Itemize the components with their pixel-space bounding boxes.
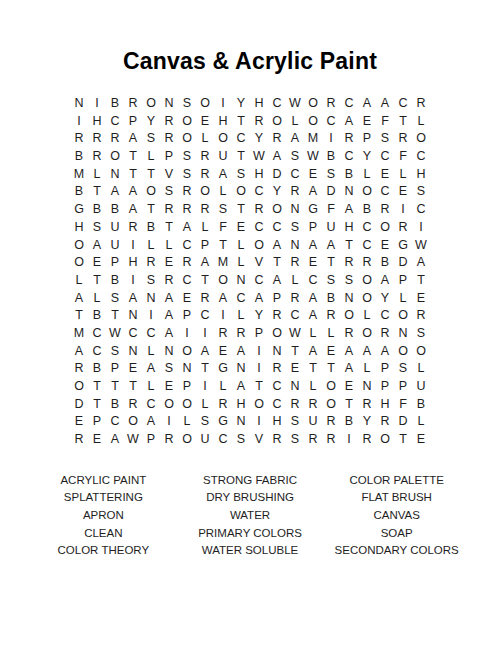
grid-cell: H <box>268 413 286 431</box>
grid-cell: L <box>178 413 196 431</box>
grid-cell: L <box>232 237 250 255</box>
grid-cell: C <box>232 290 250 308</box>
grid-cell: N <box>394 325 412 343</box>
grid-cell: T <box>322 360 340 378</box>
grid-cell: N <box>340 290 358 308</box>
grid-cell: T <box>286 343 304 361</box>
grid-cell: A <box>196 254 214 272</box>
grid-cell: R <box>196 166 214 184</box>
grid-cell: U <box>196 431 214 449</box>
grid-cell: I <box>250 360 268 378</box>
word-item: COLOR PALETTE <box>323 472 470 490</box>
grid-cell: D <box>394 254 412 272</box>
grid-cell: R <box>214 325 232 343</box>
grid-cell: L <box>412 360 430 378</box>
grid-cell: A <box>286 130 304 148</box>
grid-cell: A <box>232 378 250 396</box>
grid-cell: C <box>250 219 268 237</box>
grid-cell: E <box>88 431 106 449</box>
grid-cell: M <box>214 254 232 272</box>
grid-cell: A <box>340 113 358 131</box>
grid-cell: P <box>304 219 322 237</box>
grid-cell: C <box>124 325 142 343</box>
grid-cell: C <box>358 237 376 255</box>
grid-cell: B <box>70 148 88 166</box>
grid-cell: S <box>394 360 412 378</box>
grid-cell: E <box>322 343 340 361</box>
grid-cell: R <box>124 219 142 237</box>
word-item: STRONG FABRIC <box>177 472 324 490</box>
grid-cell: L <box>232 307 250 325</box>
grid-cell: N <box>232 360 250 378</box>
grid-cell: N <box>142 290 160 308</box>
grid-cell: L <box>160 237 178 255</box>
grid-cell: A <box>340 201 358 219</box>
grid-cell: S <box>196 413 214 431</box>
grid-cell: T <box>322 254 340 272</box>
grid-cell: C <box>250 183 268 201</box>
grid-cell: E <box>88 254 106 272</box>
grid-cell: T <box>340 396 358 414</box>
grid-cell: L <box>142 378 160 396</box>
grid-cell: I <box>250 343 268 361</box>
grid-cell: I <box>88 95 106 113</box>
grid-cell: O <box>250 396 268 414</box>
grid-cell: G <box>70 201 88 219</box>
grid-cell: E <box>376 237 394 255</box>
grid-cell: T <box>88 378 106 396</box>
grid-cell: A <box>106 183 124 201</box>
grid-cell: D <box>268 166 286 184</box>
grid-cell: O <box>304 113 322 131</box>
grid-cell: R <box>160 272 178 290</box>
grid-cell: C <box>106 113 124 131</box>
grid-cell: A <box>124 290 142 308</box>
grid-cell: D <box>322 183 340 201</box>
grid-cell: V <box>250 431 268 449</box>
grid-cell: N <box>106 166 124 184</box>
grid-cell: T <box>412 272 430 290</box>
grid-cell: E <box>412 290 430 308</box>
grid-cell: B <box>340 413 358 431</box>
grid-cell: E <box>286 360 304 378</box>
grid-cell: L <box>142 148 160 166</box>
grid-cell: R <box>178 183 196 201</box>
grid-cell: A <box>412 254 430 272</box>
grid-cell: F <box>394 396 412 414</box>
grid-cell: O <box>160 396 178 414</box>
word-item: SECONDARY COLORS <box>323 542 470 560</box>
grid-cell: P <box>178 307 196 325</box>
grid-cell: S <box>376 130 394 148</box>
grid-cell: A <box>304 237 322 255</box>
grid-cell: A <box>268 148 286 166</box>
grid-cell: I <box>394 201 412 219</box>
grid-cell: S <box>160 360 178 378</box>
grid-cell: H <box>124 254 142 272</box>
grid-cell: L <box>214 183 232 201</box>
grid-cell: O <box>412 130 430 148</box>
grid-cell: A <box>358 95 376 113</box>
grid-cell: F <box>376 113 394 131</box>
word-item: ACRYLIC PAINT <box>30 472 177 490</box>
grid-cell: O <box>394 307 412 325</box>
grid-cell: W <box>286 95 304 113</box>
grid-cell: S <box>412 325 430 343</box>
grid-cell: P <box>88 413 106 431</box>
grid-cell: O <box>178 431 196 449</box>
grid-cell: A <box>268 237 286 255</box>
word-item: DRY BRUSHING <box>177 489 324 507</box>
grid-cell: R <box>340 254 358 272</box>
grid-cell: T <box>304 360 322 378</box>
grid-cell: S <box>178 166 196 184</box>
grid-cell: R <box>250 201 268 219</box>
grid-cell: R <box>358 254 376 272</box>
grid-cell: O <box>322 396 340 414</box>
grid-cell: O <box>268 201 286 219</box>
grid-cell: O <box>178 396 196 414</box>
grid-cell: O <box>196 183 214 201</box>
grid-cell: S <box>322 272 340 290</box>
grid-cell: C <box>232 130 250 148</box>
grid-cell: C <box>322 113 340 131</box>
grid-cell: E <box>394 183 412 201</box>
grid-cell: S <box>232 166 250 184</box>
grid-cell: A <box>304 290 322 308</box>
grid-cell: L <box>304 378 322 396</box>
grid-cell: P <box>160 148 178 166</box>
grid-cell: S <box>178 148 196 166</box>
grid-cell: R <box>178 254 196 272</box>
grid-cell: E <box>358 113 376 131</box>
grid-cell: L <box>412 113 430 131</box>
grid-cell: T <box>232 113 250 131</box>
grid-cell: O <box>142 183 160 201</box>
grid-cell: P <box>106 254 124 272</box>
grid-cell: T <box>106 378 124 396</box>
grid-cell: R <box>412 307 430 325</box>
grid-cell: I <box>124 272 142 290</box>
grid-cell: R <box>322 413 340 431</box>
grid-cell: B <box>106 95 124 113</box>
grid-cell: A <box>160 307 178 325</box>
grid-cell: L <box>322 325 340 343</box>
grid-cell: C <box>412 148 430 166</box>
grid-cell: L <box>196 219 214 237</box>
grid-cell: A <box>376 95 394 113</box>
grid-cell: U <box>106 219 124 237</box>
grid-cell: A <box>160 290 178 308</box>
grid-cell: W <box>106 325 124 343</box>
grid-cell: O <box>358 183 376 201</box>
grid-cell: H <box>214 113 232 131</box>
grid-cell: N <box>232 272 250 290</box>
grid-cell: R <box>268 360 286 378</box>
grid-cell: R <box>70 431 88 449</box>
grid-cell: E <box>124 360 142 378</box>
grid-cell: I <box>196 325 214 343</box>
grid-cell: O <box>268 113 286 131</box>
grid-cell: P <box>124 113 142 131</box>
grid-cell: O <box>250 237 268 255</box>
grid-cell: T <box>340 237 358 255</box>
grid-cell: B <box>322 148 340 166</box>
grid-cell: F <box>394 148 412 166</box>
grid-cell: A <box>124 183 142 201</box>
grid-cell: R <box>394 219 412 237</box>
grid-cell: P <box>268 290 286 308</box>
grid-cell: H <box>88 113 106 131</box>
grid-cell: R <box>88 148 106 166</box>
word-list-column-1: ACRYLIC PAINTSPLATTERINGAPRONCLEANCOLOR … <box>30 472 177 560</box>
grid-cell: W <box>124 431 142 449</box>
grid-cell: S <box>322 166 340 184</box>
word-list: ACRYLIC PAINTSPLATTERINGAPRONCLEANCOLOR … <box>0 472 500 560</box>
grid-cell: G <box>214 360 232 378</box>
grid-cell: O <box>106 148 124 166</box>
grid-cell: T <box>124 148 142 166</box>
grid-cell: N <box>160 343 178 361</box>
grid-cell: T <box>196 272 214 290</box>
grid-cell: E <box>160 254 178 272</box>
grid-cell: R <box>358 431 376 449</box>
grid-cell: O <box>376 431 394 449</box>
word-grid: NIBRONSOIYHCWORCAACRIHCPYROEHTROLOCAEFTL… <box>0 95 500 449</box>
grid-cell: N <box>232 413 250 431</box>
grid-cell: T <box>394 113 412 131</box>
grid-cell: P <box>394 272 412 290</box>
grid-cell: P <box>394 378 412 396</box>
grid-cell: A <box>304 307 322 325</box>
grid-cell: R <box>340 130 358 148</box>
grid-cell: R <box>286 254 304 272</box>
grid-cell: A <box>376 343 394 361</box>
grid-cell: E <box>70 413 88 431</box>
grid-cell: G <box>394 237 412 255</box>
grid-cell: L <box>286 113 304 131</box>
grid-cell: S <box>106 343 124 361</box>
word-item: PRIMARY COLORS <box>177 525 324 543</box>
grid-cell: L <box>214 378 232 396</box>
grid-cell: A <box>322 237 340 255</box>
grid-cell: O <box>178 113 196 131</box>
grid-cell: P <box>178 378 196 396</box>
grid-cell: L <box>70 272 88 290</box>
grid-cell: C <box>88 343 106 361</box>
grid-cell: U <box>322 219 340 237</box>
grid-cell: C <box>268 219 286 237</box>
grid-cell: I <box>124 237 142 255</box>
grid-cell: C <box>340 95 358 113</box>
grid-cell: I <box>322 130 340 148</box>
grid-cell: R <box>196 290 214 308</box>
word-list-column-3: COLOR PALETTEFLAT BRUSHCANVASSOAPSECONDA… <box>323 472 470 560</box>
grid-cell: S <box>412 183 430 201</box>
puzzle-title: Canvas & Acrylic Paint <box>0 0 500 75</box>
grid-cell: S <box>142 272 160 290</box>
grid-cell: T <box>232 148 250 166</box>
grid-cell: R <box>70 130 88 148</box>
grid-cell: O <box>322 378 340 396</box>
grid-cell: R <box>124 396 142 414</box>
grid-cell: L <box>88 290 106 308</box>
grid-cell: T <box>124 378 142 396</box>
grid-cell: L <box>142 343 160 361</box>
grid-cell: B <box>376 254 394 272</box>
grid-cell: R <box>196 201 214 219</box>
grid-cell: R <box>412 95 430 113</box>
grid-cell: W <box>304 148 322 166</box>
grid-cell: B <box>88 360 106 378</box>
grid-cell: P <box>358 130 376 148</box>
word-item: FLAT BRUSH <box>323 489 470 507</box>
word-search-page: Canvas & Acrylic Paint NIBRONSOIYHCWORCA… <box>0 0 500 647</box>
grid-cell: F <box>322 201 340 219</box>
grid-cell: Y <box>142 113 160 131</box>
grid-cell: O <box>394 343 412 361</box>
grid-cell: E <box>214 343 232 361</box>
grid-cell: D <box>394 413 412 431</box>
grid-cell: C <box>286 307 304 325</box>
grid-cell: A <box>340 343 358 361</box>
grid-cell: L <box>196 130 214 148</box>
grid-cell: B <box>88 201 106 219</box>
grid-cell: R <box>268 130 286 148</box>
grid-cell: U <box>304 413 322 431</box>
grid-cell: Y <box>250 307 268 325</box>
grid-cell: N <box>124 343 142 361</box>
grid-cell: R <box>160 130 178 148</box>
grid-cell: S <box>160 183 178 201</box>
grid-cell: R <box>250 113 268 131</box>
grid-cell: C <box>376 148 394 166</box>
grid-cell: I <box>340 431 358 449</box>
grid-cell: R <box>178 201 196 219</box>
grid-cell: E <box>160 378 178 396</box>
grid-cell: A <box>142 413 160 431</box>
grid-cell: A <box>376 272 394 290</box>
grid-cell: R <box>286 290 304 308</box>
grid-cell: C <box>214 431 232 449</box>
grid-cell: R <box>268 431 286 449</box>
grid-cell: A <box>196 343 214 361</box>
grid-cell: G <box>214 413 232 431</box>
grid-cell: H <box>250 95 268 113</box>
grid-cell: S <box>214 201 232 219</box>
grid-cell: A <box>88 237 106 255</box>
grid-cell: F <box>214 219 232 237</box>
grid-cell: G <box>304 201 322 219</box>
grid-cell: P <box>106 360 124 378</box>
grid-cell: C <box>340 148 358 166</box>
grid-cell: C <box>106 413 124 431</box>
grid-cell: T <box>160 219 178 237</box>
grid-cell: E <box>304 166 322 184</box>
grid-cell: L <box>196 396 214 414</box>
grid-cell: S <box>142 130 160 148</box>
grid-cell: E <box>196 113 214 131</box>
grid-cell: O <box>196 95 214 113</box>
grid-cell: L <box>394 166 412 184</box>
word-item: SOAP <box>323 525 470 543</box>
grid-cell: E <box>304 254 322 272</box>
grid-cell: C <box>178 237 196 255</box>
grid-cell: R <box>88 130 106 148</box>
grid-cell: P <box>142 431 160 449</box>
grid-cell: L <box>358 360 376 378</box>
grid-cell: A <box>178 219 196 237</box>
grid-cell: P <box>376 360 394 378</box>
grid-cell: I <box>214 95 232 113</box>
grid-cell: M <box>70 325 88 343</box>
grid-cell: B <box>106 201 124 219</box>
grid-cell: I <box>412 219 430 237</box>
grid-cell: C <box>88 325 106 343</box>
grid-cell: O <box>304 95 322 113</box>
grid-cell: A <box>124 130 142 148</box>
grid-cell: O <box>142 95 160 113</box>
grid-cell: A <box>232 343 250 361</box>
grid-cell: A <box>340 360 358 378</box>
grid-cell: S <box>232 431 250 449</box>
grid-cell: S <box>286 148 304 166</box>
word-list-column-2: STRONG FABRICDRY BRUSHINGWATERPRIMARY CO… <box>177 472 324 560</box>
grid-cell: O <box>70 378 88 396</box>
grid-cell: H <box>70 219 88 237</box>
grid-cell: H <box>412 166 430 184</box>
grid-cell: O <box>376 219 394 237</box>
word-item: SPLATTERING <box>30 489 177 507</box>
grid-cell: P <box>196 237 214 255</box>
grid-cell: M <box>70 166 88 184</box>
grid-cell: V <box>160 166 178 184</box>
grid-cell: Y <box>268 183 286 201</box>
grid-cell: A <box>70 290 88 308</box>
grid-cell: Y <box>376 290 394 308</box>
grid-cell: O <box>358 272 376 290</box>
grid-cell: C <box>286 166 304 184</box>
grid-cell: R <box>394 130 412 148</box>
grid-cell: A <box>214 166 232 184</box>
grid-cell: A <box>304 343 322 361</box>
grid-cell: N <box>124 307 142 325</box>
grid-cell: B <box>106 272 124 290</box>
grid-cell: C <box>196 307 214 325</box>
grid-cell: R <box>268 307 286 325</box>
grid-cell: R <box>304 396 322 414</box>
grid-cell: A <box>124 201 142 219</box>
grid-cell: L <box>358 166 376 184</box>
grid-cell: P <box>250 325 268 343</box>
grid-cell: B <box>322 290 340 308</box>
grid-cell: A <box>142 360 160 378</box>
grid-cell: T <box>142 166 160 184</box>
grid-cell: O <box>268 325 286 343</box>
grid-cell: L <box>412 413 430 431</box>
grid-cell: A <box>358 343 376 361</box>
grid-cell: R <box>196 148 214 166</box>
grid-cell: N <box>160 95 178 113</box>
grid-cell: H <box>376 396 394 414</box>
grid-cell: R <box>376 201 394 219</box>
grid-cell: B <box>358 201 376 219</box>
grid-cell: N <box>178 360 196 378</box>
grid-cell: E <box>376 166 394 184</box>
grid-cell: T <box>88 183 106 201</box>
grid-cell: R <box>124 95 142 113</box>
grid-cell: T <box>106 307 124 325</box>
